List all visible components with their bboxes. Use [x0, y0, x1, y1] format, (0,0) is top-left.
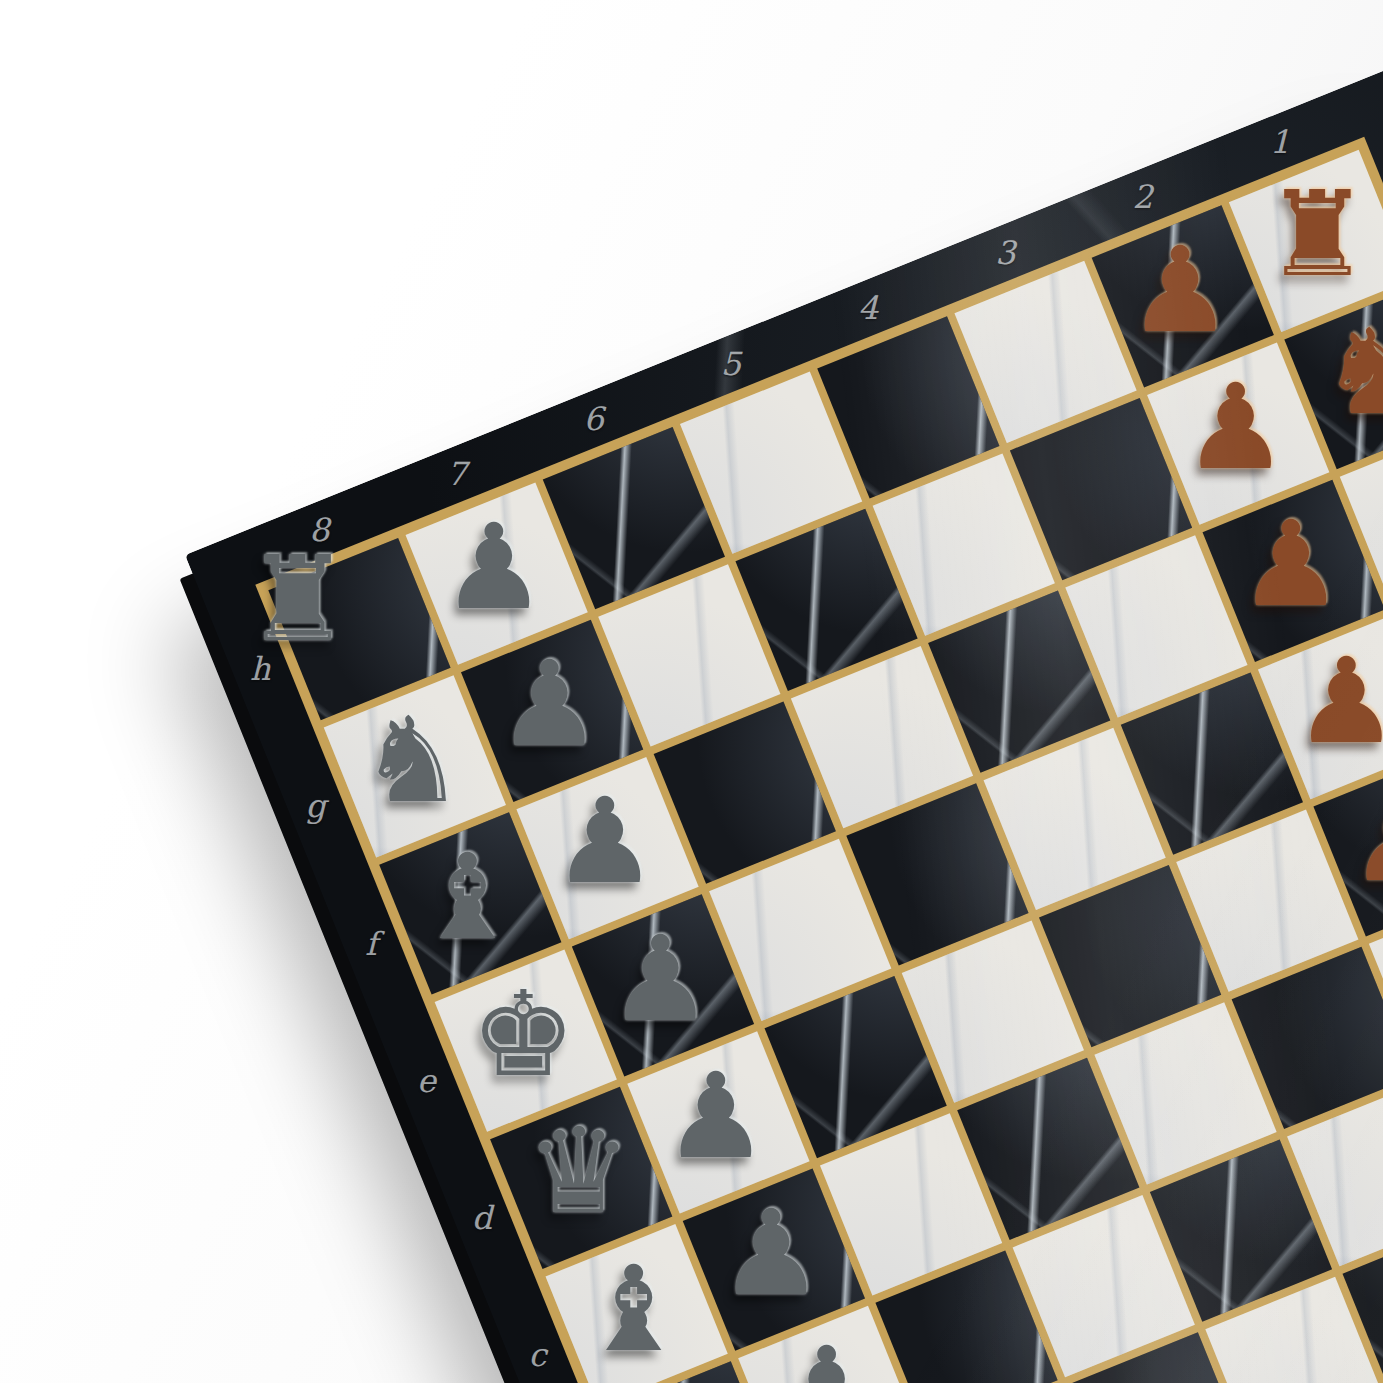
rank-label-2: 2	[1133, 178, 1153, 216]
piece-silver-rook-h8[interactable]: ♜	[245, 540, 351, 658]
playfield: ♜♟♟♜♞♟♟♞♝♟♟♝♚♟♟♚♛♟♟♛♝♟♟♝♞♟♟♞♜♟♟♜	[268, 150, 1383, 1383]
piece-silver-pawn-e7[interactable]: ♟	[607, 920, 713, 1038]
piece-silver-pawn-f7[interactable]: ♟	[552, 782, 658, 900]
file-label-left-e: e	[417, 1062, 436, 1100]
piece-silver-pawn-g7[interactable]: ♟	[497, 645, 603, 763]
piece-copper-rook-h1[interactable]: ♜	[1264, 175, 1370, 293]
rank-label-6: 6	[584, 400, 604, 438]
piece-silver-knight-g8[interactable]: ♞	[359, 701, 465, 819]
piece-copper-bishop-f1[interactable]: ♝	[1375, 450, 1383, 568]
file-label-left-f: f	[365, 925, 377, 963]
piece-silver-pawn-d7[interactable]: ♟	[663, 1057, 769, 1175]
rank-label-3: 3	[995, 234, 1015, 272]
piece-silver-bishop-c8[interactable]: ♝	[581, 1250, 687, 1368]
file-label-left-g: g	[305, 787, 325, 825]
piece-copper-pawn-h2[interactable]: ♟	[1127, 231, 1233, 349]
board-rotor: ♜♟♟♜♞♟♟♞♝♟♟♝♚♟♟♚♛♟♟♛♝♟♟♝♞♟♟♞♜♟♟♜ 8765432…	[185, 67, 1383, 1383]
piece-copper-pawn-d2[interactable]: ♟	[1349, 780, 1383, 898]
piece-silver-bishop-f8[interactable]: ♝	[415, 838, 521, 956]
piece-silver-pawn-b7[interactable]: ♟	[774, 1331, 880, 1383]
piece-copper-pawn-g2[interactable]: ♟	[1183, 368, 1289, 486]
piece-silver-queen-d8[interactable]: ♛	[526, 1112, 632, 1230]
piece-copper-pawn-e2[interactable]: ♟	[1294, 642, 1383, 760]
piece-silver-pawn-h7[interactable]: ♟	[441, 508, 547, 626]
piece-copper-pawn-f2[interactable]: ♟	[1238, 505, 1344, 623]
rank-label-1: 1	[1270, 123, 1290, 161]
chess-board: ♜♟♟♜♞♟♟♞♝♟♟♝♚♟♟♚♛♟♟♛♝♟♟♝♞♟♟♞♜♟♟♜ 8765432…	[185, 67, 1383, 1383]
file-label-left-c: c	[528, 1336, 546, 1374]
rank-label-5: 5	[721, 345, 741, 383]
rank-label-4: 4	[858, 289, 878, 327]
rank-label-7: 7	[446, 455, 466, 493]
piece-silver-pawn-c7[interactable]: ♟	[718, 1194, 824, 1312]
piece-silver-king-e8[interactable]: ♚	[470, 975, 576, 1093]
file-label-left-d: d	[472, 1199, 492, 1237]
piece-copper-knight-g1[interactable]: ♞	[1320, 313, 1383, 431]
